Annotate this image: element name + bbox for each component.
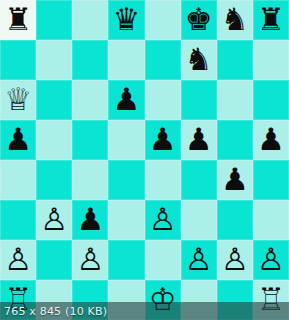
square-h4 xyxy=(253,160,289,200)
square-h6 xyxy=(253,80,289,120)
square-c4 xyxy=(72,160,108,200)
square-g7 xyxy=(217,40,253,80)
square-b7 xyxy=(36,40,72,80)
white-pawn: ♙ xyxy=(185,244,213,275)
square-e6 xyxy=(145,80,181,120)
square-b2 xyxy=(36,240,72,280)
white-pawn: ♙ xyxy=(221,244,249,275)
black-knight: ♞ xyxy=(185,44,213,75)
square-b6 xyxy=(36,80,72,120)
square-a2: ♙ xyxy=(0,240,36,280)
square-a5: ♟ xyxy=(0,120,36,160)
black-pawn: ♟ xyxy=(4,124,32,155)
chess-diagram-image[interactable]: ♜♛♚♞♜♞♕♟♟♟♟♟♟♙♟♙♙♙♙♙♙♖♔♖ 765 x 845 (10 K… xyxy=(0,0,289,320)
white-pawn: ♙ xyxy=(76,244,104,275)
square-c5 xyxy=(72,120,108,160)
image-size-caption: 765 x 845 (10 KB) xyxy=(4,305,107,318)
black-queen: ♛ xyxy=(113,4,141,35)
square-b5 xyxy=(36,120,72,160)
square-a3 xyxy=(0,200,36,240)
square-c8 xyxy=(72,0,108,40)
square-a7 xyxy=(0,40,36,80)
square-g5 xyxy=(217,120,253,160)
square-e7 xyxy=(145,40,181,80)
square-c3: ♟ xyxy=(72,200,108,240)
square-e5: ♟ xyxy=(145,120,181,160)
square-c6 xyxy=(72,80,108,120)
square-h7 xyxy=(253,40,289,80)
square-h8: ♜ xyxy=(253,0,289,40)
square-d7 xyxy=(108,40,144,80)
black-king: ♚ xyxy=(185,4,213,35)
square-b8 xyxy=(36,0,72,40)
square-f6 xyxy=(181,80,217,120)
square-f8: ♚ xyxy=(181,0,217,40)
square-d8: ♛ xyxy=(108,0,144,40)
square-d3 xyxy=(108,200,144,240)
square-g8: ♞ xyxy=(217,0,253,40)
square-g3 xyxy=(217,200,253,240)
square-g6 xyxy=(217,80,253,120)
square-b4 xyxy=(36,160,72,200)
black-pawn: ♟ xyxy=(221,164,249,195)
square-h3 xyxy=(253,200,289,240)
black-rook: ♜ xyxy=(257,4,285,35)
square-h2: ♙ xyxy=(253,240,289,280)
white-pawn: ♙ xyxy=(149,204,177,235)
square-a6: ♕ xyxy=(0,80,36,120)
black-rook: ♜ xyxy=(4,4,32,35)
black-pawn: ♟ xyxy=(149,124,177,155)
square-d5 xyxy=(108,120,144,160)
black-pawn: ♟ xyxy=(257,124,285,155)
square-a8: ♜ xyxy=(0,0,36,40)
square-c7 xyxy=(72,40,108,80)
square-e8 xyxy=(145,0,181,40)
white-pawn: ♙ xyxy=(4,244,32,275)
square-c2: ♙ xyxy=(72,240,108,280)
square-f5: ♟ xyxy=(181,120,217,160)
black-knight: ♞ xyxy=(221,4,249,35)
white-pawn: ♙ xyxy=(40,204,68,235)
square-g4: ♟ xyxy=(217,160,253,200)
square-d6: ♟ xyxy=(108,80,144,120)
square-f3 xyxy=(181,200,217,240)
square-d2 xyxy=(108,240,144,280)
white-pawn: ♙ xyxy=(257,244,285,275)
chess-board: ♜♛♚♞♜♞♕♟♟♟♟♟♟♙♟♙♙♙♙♙♙♖♔♖ xyxy=(0,0,289,320)
black-pawn: ♟ xyxy=(185,124,213,155)
black-pawn: ♟ xyxy=(113,84,141,115)
square-d4 xyxy=(108,160,144,200)
image-size-caption-bar: 765 x 845 (10 KB) xyxy=(0,302,289,320)
square-f4 xyxy=(181,160,217,200)
square-g2: ♙ xyxy=(217,240,253,280)
square-e3: ♙ xyxy=(145,200,181,240)
white-queen: ♕ xyxy=(4,84,32,115)
square-b3: ♙ xyxy=(36,200,72,240)
square-e4 xyxy=(145,160,181,200)
square-a4 xyxy=(0,160,36,200)
square-e2 xyxy=(145,240,181,280)
black-pawn: ♟ xyxy=(76,204,104,235)
square-h5: ♟ xyxy=(253,120,289,160)
square-f2: ♙ xyxy=(181,240,217,280)
square-f7: ♞ xyxy=(181,40,217,80)
